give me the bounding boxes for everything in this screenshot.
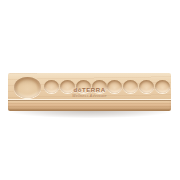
pit-3[interactable] bbox=[76, 80, 91, 93]
pit-4[interactable] bbox=[92, 80, 107, 93]
pit-5[interactable] bbox=[107, 80, 122, 93]
board-top-face: dōTERRA Wellness Advocate bbox=[8, 73, 171, 100]
board-front-face bbox=[8, 100, 171, 111]
pit-1[interactable] bbox=[44, 80, 59, 93]
pit-8[interactable] bbox=[155, 80, 170, 93]
pit-row bbox=[10, 73, 170, 100]
store-pit[interactable] bbox=[14, 77, 41, 98]
pit-7[interactable] bbox=[139, 80, 154, 93]
pit-2[interactable] bbox=[60, 80, 75, 93]
product-photo-stage: dōTERRA Wellness Advocate bbox=[0, 0, 180, 180]
pit-6[interactable] bbox=[123, 80, 138, 93]
mancala-board: dōTERRA Wellness Advocate bbox=[8, 73, 171, 111]
